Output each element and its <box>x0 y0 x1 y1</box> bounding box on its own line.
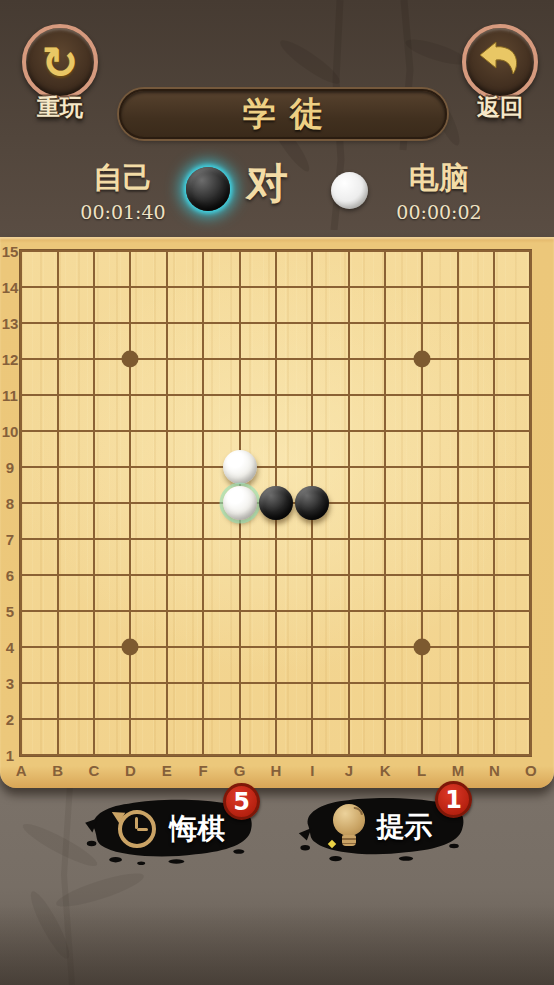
board-intersection[interactable] <box>185 521 221 557</box>
board-intersection[interactable] <box>440 593 476 629</box>
board-intersection[interactable] <box>149 413 185 449</box>
board-intersection[interactable] <box>403 521 439 557</box>
column-label: O <box>525 762 537 779</box>
player-opponent-timer: 00:00:02 <box>378 201 500 223</box>
row-label: 13 <box>2 315 19 332</box>
board-intersection[interactable] <box>185 485 221 521</box>
board-intersection[interactable] <box>39 269 75 305</box>
board-intersection[interactable] <box>476 485 512 521</box>
board-intersection[interactable] <box>39 305 75 341</box>
white-stone-indicator <box>331 172 368 209</box>
board-intersection[interactable] <box>112 557 148 593</box>
board-intersection[interactable] <box>294 521 330 557</box>
column-label: A <box>16 762 27 779</box>
board-intersection[interactable] <box>39 341 75 377</box>
board-intersection[interactable] <box>39 557 75 593</box>
board-intersection[interactable] <box>403 701 439 737</box>
board-intersection[interactable] <box>221 341 257 377</box>
board-intersection[interactable] <box>221 305 257 341</box>
player-opponent-name: 电脑 <box>378 158 500 199</box>
player-opponent: 电脑 00:00:02 <box>378 158 500 223</box>
board-intersection[interactable] <box>149 521 185 557</box>
board-intersection[interactable] <box>185 233 221 269</box>
board-intersection[interactable] <box>39 449 75 485</box>
board-intersection[interactable] <box>112 593 148 629</box>
board-intersection[interactable] <box>331 377 367 413</box>
board-intersection[interactable] <box>513 305 549 341</box>
board-intersection[interactable] <box>513 521 549 557</box>
board-intersection[interactable] <box>403 413 439 449</box>
board-intersection[interactable] <box>331 557 367 593</box>
board-intersection[interactable] <box>440 557 476 593</box>
board-intersection[interactable] <box>39 485 75 521</box>
board-intersection[interactable] <box>367 305 403 341</box>
board-intersection[interactable] <box>149 449 185 485</box>
board-intersection[interactable] <box>258 557 294 593</box>
board-intersection[interactable] <box>440 521 476 557</box>
board-intersection[interactable] <box>367 449 403 485</box>
board-intersection[interactable] <box>367 521 403 557</box>
board-intersection[interactable] <box>76 305 112 341</box>
board-intersection[interactable] <box>76 593 112 629</box>
board-intersection[interactable] <box>76 701 112 737</box>
board-intersection[interactable] <box>149 557 185 593</box>
column-label: N <box>489 762 500 779</box>
back-button-label: 返回 <box>477 92 523 123</box>
board-intersection[interactable] <box>513 665 549 701</box>
row-label: 6 <box>6 567 14 584</box>
board-intersection[interactable] <box>76 629 112 665</box>
board-intersection[interactable] <box>513 269 549 305</box>
star-point <box>122 351 139 368</box>
board-intersection[interactable] <box>76 413 112 449</box>
board-intersection[interactable] <box>331 305 367 341</box>
row-label: 12 <box>2 351 19 368</box>
column-label: K <box>380 762 391 779</box>
bottom-vignette <box>0 905 554 985</box>
board-intersection[interactable] <box>513 593 549 629</box>
board-intersection[interactable] <box>258 413 294 449</box>
stone-black <box>295 486 329 520</box>
stone-white <box>223 450 257 484</box>
board-intersection[interactable] <box>258 341 294 377</box>
board-intersection[interactable] <box>440 233 476 269</box>
board-intersection[interactable] <box>294 449 330 485</box>
board-intersection[interactable] <box>258 665 294 701</box>
board-intersection[interactable] <box>221 557 257 593</box>
board-intersection[interactable] <box>149 341 185 377</box>
board-intersection[interactable] <box>39 665 75 701</box>
board-intersection[interactable] <box>513 449 549 485</box>
board-intersection[interactable] <box>476 629 512 665</box>
board-intersection[interactable] <box>440 269 476 305</box>
board-intersection[interactable] <box>331 269 367 305</box>
undo-history-clock-icon <box>115 807 159 851</box>
player-self: 自己 00:01:40 <box>62 158 184 223</box>
board-intersection[interactable] <box>258 449 294 485</box>
hint-lightbulb-icon <box>332 804 366 850</box>
row-label: 2 <box>6 711 14 728</box>
board-intersection[interactable] <box>149 305 185 341</box>
board-intersection[interactable] <box>185 701 221 737</box>
stone-white <box>223 486 257 520</box>
star-point <box>413 351 430 368</box>
board-intersection[interactable] <box>76 665 112 701</box>
board-intersection[interactable] <box>258 593 294 629</box>
board-intersection[interactable] <box>331 701 367 737</box>
board-intersection[interactable] <box>112 665 148 701</box>
board-intersection[interactable] <box>112 521 148 557</box>
board-intersection[interactable] <box>112 449 148 485</box>
board-intersection[interactable] <box>476 233 512 269</box>
board-intersection[interactable] <box>513 701 549 737</box>
board-intersection[interactable] <box>403 233 439 269</box>
board-intersection[interactable] <box>476 341 512 377</box>
board-intersection[interactable] <box>331 341 367 377</box>
board-intersection[interactable] <box>112 269 148 305</box>
board-intersection[interactable] <box>185 269 221 305</box>
board-intersection[interactable] <box>367 485 403 521</box>
board-intersection[interactable] <box>331 593 367 629</box>
board-intersection[interactable] <box>440 341 476 377</box>
board-intersection[interactable] <box>367 665 403 701</box>
replay-button-label: 重玩 <box>37 92 83 123</box>
board-intersection[interactable] <box>76 269 112 305</box>
board-intersection[interactable] <box>403 593 439 629</box>
board-intersection[interactable] <box>76 341 112 377</box>
board-intersection[interactable] <box>258 701 294 737</box>
board-intersection[interactable] <box>513 629 549 665</box>
board-intersection[interactable] <box>112 413 148 449</box>
board-intersection[interactable] <box>440 305 476 341</box>
undo-count-badge: 5 <box>223 783 260 820</box>
board-intersection[interactable] <box>513 557 549 593</box>
board-intersection[interactable] <box>185 449 221 485</box>
back-arrow-icon <box>466 28 534 96</box>
board-intersection[interactable] <box>367 413 403 449</box>
board-intersection[interactable] <box>403 449 439 485</box>
board-intersection[interactable] <box>149 377 185 413</box>
column-label: I <box>310 762 314 779</box>
row-label: 5 <box>6 603 14 620</box>
board-intersection[interactable] <box>294 413 330 449</box>
board-intersection[interactable] <box>367 377 403 413</box>
board-intersection[interactable] <box>331 521 367 557</box>
game-screen: ↻ 重玩 返回 学徒 自己 00:01:40 对 电脑 00:00:02 151… <box>0 0 554 985</box>
board-intersection[interactable] <box>513 485 549 521</box>
board-intersection[interactable] <box>221 629 257 665</box>
board-intersection[interactable] <box>39 701 75 737</box>
column-label: G <box>234 762 246 779</box>
board-intersection[interactable] <box>331 449 367 485</box>
row-label: 11 <box>2 387 18 404</box>
board-intersection[interactable] <box>294 341 330 377</box>
board-intersection[interactable] <box>39 593 75 629</box>
column-label: L <box>417 762 426 779</box>
board-intersection[interactable] <box>513 341 549 377</box>
board-intersection[interactable] <box>39 413 75 449</box>
column-label: E <box>162 762 172 779</box>
board-intersection[interactable] <box>112 233 148 269</box>
row-label: 10 <box>2 423 19 440</box>
row-label: 15 <box>2 243 19 260</box>
column-label: D <box>125 762 136 779</box>
board-intersection[interactable] <box>258 485 294 521</box>
board-intersection[interactable] <box>185 377 221 413</box>
board-intersection[interactable] <box>221 701 257 737</box>
board-intersection[interactable] <box>476 701 512 737</box>
board-intersection[interactable] <box>367 629 403 665</box>
rank-title-banner: 学徒 <box>119 89 447 139</box>
board-intersection[interactable] <box>331 413 367 449</box>
board-intersection[interactable] <box>294 701 330 737</box>
board-intersection[interactable] <box>294 269 330 305</box>
board-intersection[interactable] <box>149 233 185 269</box>
board-intersection[interactable] <box>367 593 403 629</box>
versus-label: 对 <box>246 156 288 212</box>
board-intersection[interactable] <box>476 665 512 701</box>
board-intersection[interactable] <box>440 485 476 521</box>
board-intersection[interactable] <box>403 305 439 341</box>
board-intersection[interactable] <box>513 413 549 449</box>
board-intersection[interactable] <box>185 557 221 593</box>
board-intersection[interactable] <box>440 629 476 665</box>
board-intersection[interactable] <box>76 557 112 593</box>
board-intersection[interactable] <box>331 233 367 269</box>
hint-count-badge: 1 <box>435 781 472 818</box>
board-intersection[interactable] <box>367 557 403 593</box>
hint-button[interactable]: 提示 1 <box>294 790 470 864</box>
board-intersection[interactable] <box>149 701 185 737</box>
stone-black <box>259 486 293 520</box>
board-intersection[interactable] <box>221 377 257 413</box>
replay-icon: ↻ <box>26 28 94 96</box>
board-intersection[interactable] <box>294 305 330 341</box>
player-self-name: 自己 <box>62 158 184 199</box>
board-intersection[interactable] <box>258 521 294 557</box>
star-point <box>413 639 430 656</box>
board-intersection[interactable] <box>476 557 512 593</box>
board-intersection[interactable] <box>185 593 221 629</box>
board-intersection[interactable] <box>39 377 75 413</box>
board-intersection[interactable] <box>294 629 330 665</box>
board-intersection[interactable] <box>367 269 403 305</box>
player-self-timer: 00:01:40 <box>62 201 184 223</box>
board-intersection[interactable] <box>221 593 257 629</box>
board-intersection[interactable] <box>112 377 148 413</box>
board-intersection[interactable] <box>112 485 148 521</box>
column-label: B <box>52 762 63 779</box>
row-label: 8 <box>6 495 14 512</box>
board-intersection[interactable] <box>76 485 112 521</box>
rank-title-text: 学徒 <box>229 92 337 137</box>
board-intersection[interactable] <box>76 377 112 413</box>
back-button[interactable]: 返回 <box>462 24 538 100</box>
board-intersection[interactable] <box>149 665 185 701</box>
board-intersection[interactable] <box>185 341 221 377</box>
board-intersection[interactable] <box>39 521 75 557</box>
column-label: J <box>345 762 353 779</box>
board-intersection[interactable] <box>294 593 330 629</box>
board-intersection[interactable] <box>294 665 330 701</box>
board-intersection[interactable] <box>258 269 294 305</box>
board-intersection[interactable] <box>294 233 330 269</box>
board-intersection[interactable] <box>39 629 75 665</box>
board-intersection[interactable] <box>403 557 439 593</box>
board-intersection[interactable] <box>440 377 476 413</box>
board-intersection[interactable] <box>39 233 75 269</box>
board-intersection[interactable] <box>149 269 185 305</box>
board-intersection[interactable] <box>294 557 330 593</box>
undo-button[interactable]: 悔棋 5 <box>82 792 258 866</box>
row-label: 14 <box>2 279 19 296</box>
row-label: 1 <box>6 747 14 764</box>
board-intersection[interactable] <box>367 341 403 377</box>
board-intersection[interactable] <box>258 233 294 269</box>
gomoku-board: 151413121110987654321ABCDEFGHIJKLMNO <box>0 237 554 788</box>
board-intersection[interactable] <box>185 305 221 341</box>
board-intersection[interactable] <box>258 377 294 413</box>
board-intersection[interactable] <box>221 485 257 521</box>
black-stone-indicator-active <box>186 167 230 211</box>
board-intersection[interactable] <box>149 485 185 521</box>
replay-button[interactable]: ↻ 重玩 <box>22 24 98 100</box>
board-intersection[interactable] <box>476 377 512 413</box>
board-intersection[interactable] <box>440 665 476 701</box>
board-intersection[interactable] <box>476 413 512 449</box>
board-intersection[interactable] <box>185 665 221 701</box>
board-intersection[interactable] <box>476 593 512 629</box>
board-intersection[interactable] <box>221 413 257 449</box>
board-intersection[interactable] <box>367 701 403 737</box>
board-intersection[interactable] <box>221 521 257 557</box>
board-intersection[interactable] <box>331 629 367 665</box>
board-intersection[interactable] <box>149 629 185 665</box>
board-intersection[interactable] <box>112 701 148 737</box>
board-intersection[interactable] <box>76 233 112 269</box>
board-intersection[interactable] <box>185 629 221 665</box>
column-label: C <box>89 762 100 779</box>
column-label: M <box>452 762 465 779</box>
board-intersection[interactable] <box>294 485 330 521</box>
board-intersection[interactable] <box>476 269 512 305</box>
column-label: H <box>271 762 282 779</box>
board-intersection[interactable] <box>258 305 294 341</box>
board-intersection[interactable] <box>513 377 549 413</box>
board-intersection[interactable] <box>221 269 257 305</box>
board-intersection[interactable] <box>403 269 439 305</box>
board-intersection[interactable] <box>331 665 367 701</box>
board-grid <box>3 233 549 773</box>
board-intersection[interactable] <box>403 377 439 413</box>
board-intersection[interactable] <box>76 521 112 557</box>
board-intersection[interactable] <box>367 233 403 269</box>
board-intersection[interactable] <box>331 485 367 521</box>
board-intersection[interactable] <box>294 377 330 413</box>
row-label: 7 <box>6 531 14 548</box>
board-intersection[interactable] <box>221 449 257 485</box>
board-intersection[interactable] <box>221 233 257 269</box>
board-intersection[interactable] <box>258 629 294 665</box>
board-intersection[interactable] <box>440 701 476 737</box>
board-intersection[interactable] <box>185 413 221 449</box>
board-intersection[interactable] <box>513 233 549 269</box>
board-intersection[interactable] <box>403 665 439 701</box>
row-label: 3 <box>6 675 14 692</box>
hint-button-label: 提示 <box>377 808 433 846</box>
board-intersection[interactable] <box>112 305 148 341</box>
board-intersection[interactable] <box>440 413 476 449</box>
row-label: 4 <box>6 639 14 656</box>
board-intersection[interactable] <box>221 665 257 701</box>
board-intersection[interactable] <box>476 305 512 341</box>
star-point <box>122 639 139 656</box>
column-label: F <box>199 762 208 779</box>
board-intersection[interactable] <box>476 521 512 557</box>
board-intersection[interactable] <box>403 485 439 521</box>
board-intersection[interactable] <box>149 593 185 629</box>
board-intersection[interactable] <box>476 449 512 485</box>
undo-button-label: 悔棋 <box>170 810 226 848</box>
board-intersection[interactable] <box>440 449 476 485</box>
row-label: 9 <box>6 459 14 476</box>
board-intersection[interactable] <box>76 449 112 485</box>
